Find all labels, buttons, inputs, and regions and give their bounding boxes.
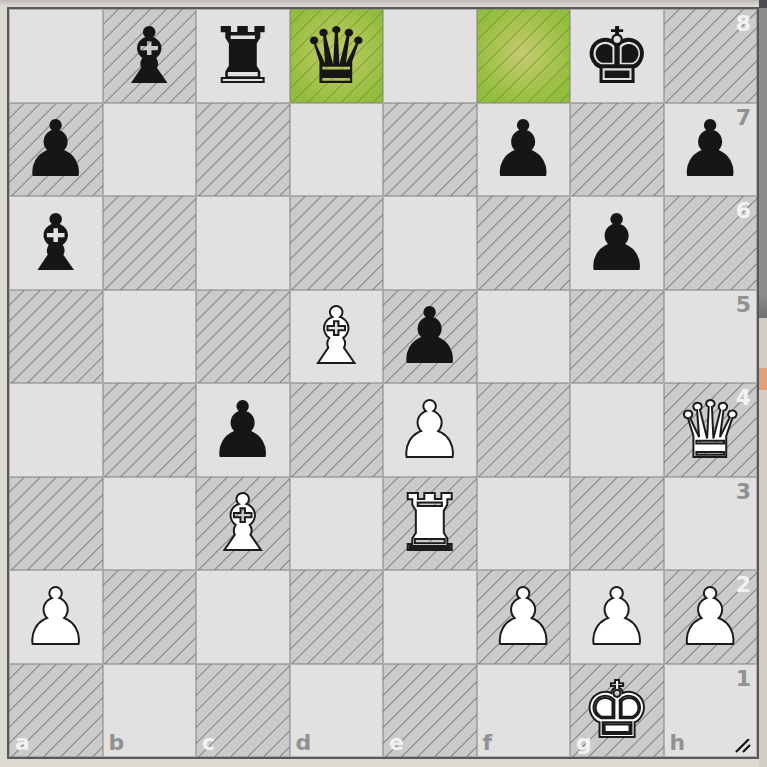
square-c4[interactable]: ♟	[196, 383, 290, 477]
file-label-g: g	[576, 732, 592, 754]
file-label-c: c	[202, 732, 215, 754]
black-pawn[interactable]: ♟	[21, 110, 91, 188]
square-e2[interactable]	[383, 570, 477, 664]
scrollbar-cap	[759, 0, 767, 8]
square-a2[interactable]: ♟	[9, 570, 103, 664]
square-a4[interactable]	[9, 383, 103, 477]
black-pawn[interactable]: ♟	[208, 391, 278, 469]
file-label-h: h	[670, 732, 686, 754]
square-f5[interactable]	[477, 290, 571, 384]
window-top-shade	[0, 0, 767, 6]
rank-label-1: 1	[736, 668, 751, 690]
square-h5[interactable]: 5	[664, 290, 758, 384]
scrollbar[interactable]	[759, 0, 767, 767]
white-king[interactable]: ♚	[582, 671, 652, 749]
square-c7[interactable]	[196, 103, 290, 197]
square-b4[interactable]	[103, 383, 197, 477]
square-d2[interactable]	[290, 570, 384, 664]
square-f8[interactable]	[477, 9, 571, 103]
square-g2[interactable]: ♟	[570, 570, 664, 664]
square-f4[interactable]	[477, 383, 571, 477]
square-a7[interactable]: ♟	[9, 103, 103, 197]
square-g6[interactable]: ♟	[570, 196, 664, 290]
black-bishop[interactable]: ♝	[21, 204, 91, 282]
square-e5[interactable]: ♟	[383, 290, 477, 384]
square-b3[interactable]	[103, 477, 197, 571]
square-d4[interactable]	[290, 383, 384, 477]
square-g5[interactable]	[570, 290, 664, 384]
rank-label-6: 6	[736, 200, 751, 222]
square-e4[interactable]: ♟	[383, 383, 477, 477]
rank-label-7: 7	[736, 107, 751, 129]
square-c2[interactable]	[196, 570, 290, 664]
square-a5[interactable]	[9, 290, 103, 384]
white-pawn[interactable]: ♟	[395, 391, 465, 469]
square-h4[interactable]: ♛4	[664, 383, 758, 477]
square-h3[interactable]: 3	[664, 477, 758, 571]
square-a8[interactable]	[9, 9, 103, 103]
square-d3[interactable]	[290, 477, 384, 571]
white-pawn[interactable]: ♟	[582, 578, 652, 656]
rank-label-2: 2	[736, 574, 751, 596]
square-h2[interactable]: ♟2	[664, 570, 758, 664]
square-e1[interactable]: e	[383, 664, 477, 758]
black-pawn[interactable]: ♟	[488, 110, 558, 188]
black-queen[interactable]: ♛	[301, 17, 371, 95]
black-bishop[interactable]: ♝	[114, 17, 184, 95]
square-c1[interactable]: c	[196, 664, 290, 758]
square-a3[interactable]	[9, 477, 103, 571]
square-f7[interactable]: ♟	[477, 103, 571, 197]
square-b7[interactable]	[103, 103, 197, 197]
black-king[interactable]: ♚	[582, 17, 652, 95]
square-g1[interactable]: ♚g	[570, 664, 664, 758]
square-c8[interactable]: ♜	[196, 9, 290, 103]
square-h8[interactable]: 8	[664, 9, 758, 103]
square-h7[interactable]: ♟7	[664, 103, 758, 197]
file-label-f: f	[483, 732, 493, 754]
file-label-e: e	[389, 732, 404, 754]
square-f1[interactable]: f	[477, 664, 571, 758]
square-g8[interactable]: ♚	[570, 9, 664, 103]
file-label-d: d	[296, 732, 312, 754]
square-g7[interactable]	[570, 103, 664, 197]
square-h1[interactable]: 1h	[664, 664, 758, 758]
rank-label-4: 4	[736, 387, 751, 409]
square-e8[interactable]	[383, 9, 477, 103]
resize-handle-icon[interactable]	[734, 738, 752, 752]
square-f3[interactable]	[477, 477, 571, 571]
square-d7[interactable]	[290, 103, 384, 197]
black-pawn[interactable]: ♟	[582, 204, 652, 282]
square-g4[interactable]	[570, 383, 664, 477]
square-f2[interactable]: ♟	[477, 570, 571, 664]
rank-label-8: 8	[736, 13, 751, 35]
scrollbar-thumb[interactable]	[759, 8, 767, 318]
black-pawn[interactable]: ♟	[395, 297, 465, 375]
square-d5[interactable]: ♝	[290, 290, 384, 384]
square-a1[interactable]: a	[9, 664, 103, 758]
white-bishop[interactable]: ♝	[208, 484, 278, 562]
white-pawn[interactable]: ♟	[21, 578, 91, 656]
white-bishop[interactable]: ♝	[301, 297, 371, 375]
square-e3[interactable]: ♜	[383, 477, 477, 571]
square-g3[interactable]	[570, 477, 664, 571]
file-label-b: b	[109, 732, 125, 754]
rank-label-3: 3	[736, 481, 751, 503]
square-a6[interactable]: ♝	[9, 196, 103, 290]
square-b6[interactable]	[103, 196, 197, 290]
square-d6[interactable]	[290, 196, 384, 290]
square-c3[interactable]: ♝	[196, 477, 290, 571]
square-c6[interactable]	[196, 196, 290, 290]
square-b1[interactable]: b	[103, 664, 197, 758]
square-b2[interactable]	[103, 570, 197, 664]
file-label-a: a	[15, 732, 30, 754]
square-h6[interactable]: 6	[664, 196, 758, 290]
square-e6[interactable]	[383, 196, 477, 290]
square-d1[interactable]: d	[290, 664, 384, 758]
rank-label-5: 5	[736, 294, 751, 316]
square-e7[interactable]	[383, 103, 477, 197]
square-c5[interactable]	[196, 290, 290, 384]
black-rook[interactable]: ♜	[208, 17, 278, 95]
white-pawn[interactable]: ♟	[488, 578, 558, 656]
square-b8[interactable]: ♝	[103, 9, 197, 103]
square-f6[interactable]	[477, 196, 571, 290]
scrollbar-marker	[759, 368, 767, 390]
square-b5[interactable]	[103, 290, 197, 384]
chess-board: ♝♜♛♚8♟♟♟7♝♟6♝♟5♟♟♛4♝♜3♟♟♟♟2abcdef♚g1h	[7, 7, 759, 759]
square-d8[interactable]: ♛	[290, 9, 384, 103]
white-rook[interactable]: ♜	[395, 484, 465, 562]
